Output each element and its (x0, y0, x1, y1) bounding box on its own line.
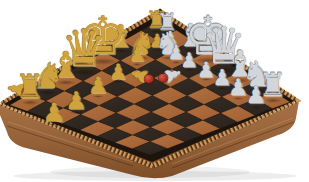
king-glyph: ♚ (184, 10, 231, 63)
knight-glyph: ♞ (128, 29, 155, 59)
silver-knight-b8: ♞ (241, 56, 273, 91)
knight-glyph: ♞ (241, 56, 273, 91)
silver-bishop-c8: ♝ (224, 46, 256, 82)
queen-glyph: ♛ (201, 21, 246, 72)
piece-contact-shadow (47, 123, 61, 126)
gold-knight-b1: ♞ (32, 58, 64, 94)
pawn-glyph: ♟ (65, 89, 87, 113)
piece-contact-shadow (165, 45, 175, 47)
piece-contact-shadow (21, 100, 39, 104)
pawn-glyph: ♟ (128, 45, 146, 65)
piece-contact-shadow (88, 58, 117, 65)
gold-queen-d1: ♛ (61, 23, 107, 74)
piece-contact-shadow (160, 56, 177, 60)
piece-contact-shadow (70, 69, 98, 76)
bishop-glyph: ♝ (107, 21, 135, 52)
pawn-glyph: ♟ (43, 100, 66, 125)
gold-knight-e4: ♞ (128, 29, 155, 59)
chess-set-photo: ♜♜♟♟♝♝♞♞♚♚♟♟♟♛♛♟♟♟♝♟♝♟♞♞♟♟♟♜♜♟♟♟ (0, 0, 309, 182)
silver-queen-d8: ♛ (201, 21, 246, 72)
piece-contact-shadow (112, 80, 124, 83)
knight-glyph: ♞ (32, 58, 64, 94)
gold-bishop-c1: ♝ (50, 47, 82, 83)
bishop-glyph: ♝ (224, 46, 256, 82)
bishop-glyph: ♝ (177, 20, 205, 51)
piece-contact-shadow (216, 87, 228, 90)
red-felt-base (145, 75, 154, 83)
piece-contact-shadow (69, 111, 82, 114)
piece-contact-shadow (92, 95, 105, 98)
piece-contact-shadow (183, 68, 194, 71)
queen-glyph: ♛ (61, 23, 107, 74)
piece-contact-shadow (161, 31, 174, 34)
piece-contact-shadow (230, 78, 250, 83)
piece-contact-shadow (112, 49, 129, 53)
pawn-glyph: ♟ (88, 74, 108, 97)
piece-contact-shadow (200, 78, 212, 81)
piece-contact-shadow (264, 98, 282, 102)
piece-contact-shadow (56, 80, 76, 85)
piece-contact-shadow (38, 90, 58, 95)
piece-contact-shadow (247, 88, 266, 93)
gold-rook-h1: ♜ (146, 9, 167, 32)
red-felt-base (159, 74, 168, 82)
silver-rook-a8: ♜ (259, 69, 288, 101)
gold-pawn-b2: ♟ (43, 100, 66, 125)
king-glyph: ♚ (79, 10, 126, 63)
gold-pawn-c2: ♟ (65, 89, 87, 113)
pawn-glyph: ♟ (149, 32, 165, 50)
piece-contact-shadow (152, 49, 162, 51)
piece-contact-shadow (134, 56, 151, 60)
piece-contact-shadow (194, 57, 223, 64)
bishop-glyph: ♝ (50, 47, 82, 83)
piece-contact-shadow (210, 67, 238, 74)
gold-pawn-h2: ♟ (149, 32, 165, 50)
piece-contact-shadow (249, 106, 262, 109)
gold-bishop-f1: ♝ (107, 21, 135, 52)
piece-contact-shadow (232, 97, 245, 100)
silver-king-e8: ♚ (184, 10, 231, 63)
rook-glyph: ♜ (259, 69, 288, 101)
red-felt-base (22, 88, 31, 97)
gold-pawn-d2: ♟ (88, 74, 108, 97)
silver-bishop-f8: ♝ (177, 20, 205, 51)
gold-pawn-f2: ♟ (128, 45, 146, 65)
rook-glyph: ♜ (146, 9, 167, 32)
gold-king-e1: ♚ (79, 10, 126, 63)
chess-pieces-layer: ♜♜♟♟♝♝♞♞♚♚♟♟♟♛♛♟♟♟♝♟♝♟♞♞♟♟♟♜♜♟♟♟ (0, 0, 309, 182)
piece-contact-shadow (182, 48, 199, 52)
